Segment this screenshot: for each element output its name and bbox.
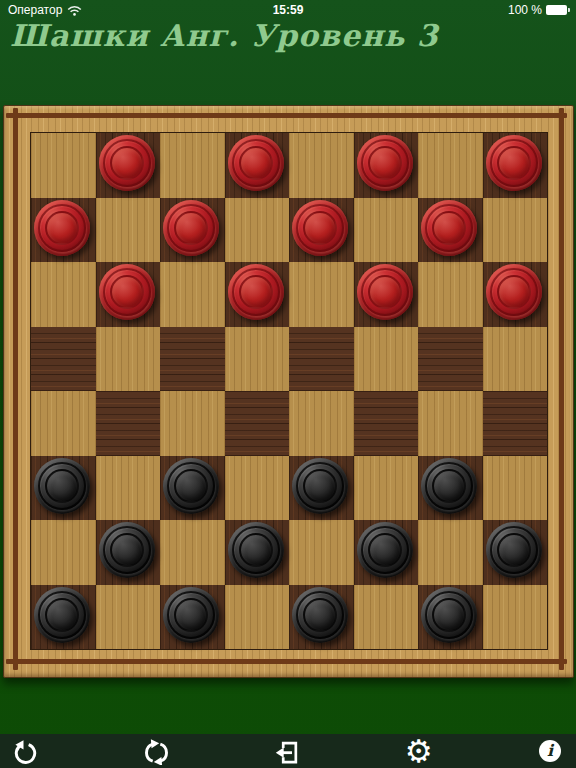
board-square[interactable] bbox=[31, 133, 96, 198]
board-square[interactable] bbox=[160, 133, 225, 198]
board-square[interactable] bbox=[160, 520, 225, 585]
board-square[interactable] bbox=[96, 391, 161, 456]
board-square[interactable] bbox=[96, 520, 161, 585]
board-square[interactable] bbox=[483, 262, 548, 327]
board-square[interactable] bbox=[418, 456, 483, 521]
board-square[interactable] bbox=[483, 133, 548, 198]
checker-black[interactable] bbox=[292, 587, 348, 643]
checker-black[interactable] bbox=[228, 522, 284, 578]
board-square[interactable] bbox=[289, 133, 354, 198]
board-square[interactable] bbox=[354, 520, 419, 585]
board-square[interactable] bbox=[31, 391, 96, 456]
checker-red[interactable] bbox=[357, 135, 413, 191]
checker-black[interactable] bbox=[163, 458, 219, 514]
board-square[interactable] bbox=[31, 327, 96, 392]
board-square[interactable] bbox=[225, 456, 290, 521]
board-square[interactable] bbox=[289, 327, 354, 392]
board-square[interactable] bbox=[354, 262, 419, 327]
board-square[interactable] bbox=[160, 198, 225, 263]
board-square[interactable] bbox=[225, 262, 290, 327]
board-square[interactable] bbox=[418, 198, 483, 263]
board-square[interactable] bbox=[31, 585, 96, 650]
undo-icon bbox=[12, 738, 39, 765]
board-square[interactable] bbox=[289, 198, 354, 263]
exit-button[interactable] bbox=[268, 734, 308, 768]
board-square[interactable] bbox=[96, 585, 161, 650]
undo-button[interactable] bbox=[5, 734, 45, 768]
board-square[interactable] bbox=[31, 262, 96, 327]
board-square[interactable] bbox=[354, 198, 419, 263]
board-square[interactable] bbox=[225, 585, 290, 650]
checker-red[interactable] bbox=[34, 200, 90, 256]
page-title: Шашки Анг. Уровень 3 bbox=[10, 18, 572, 53]
frame-pinstripe-left bbox=[13, 108, 18, 670]
board-square[interactable] bbox=[354, 327, 419, 392]
frame-pinstripe-top bbox=[6, 113, 567, 118]
checker-red[interactable] bbox=[99, 264, 155, 320]
board-square[interactable] bbox=[96, 198, 161, 263]
board-square[interactable] bbox=[225, 391, 290, 456]
restart-button[interactable] bbox=[136, 734, 176, 768]
frame-pinstripe-bottom bbox=[6, 659, 567, 664]
board-square[interactable] bbox=[354, 391, 419, 456]
checker-black[interactable] bbox=[99, 522, 155, 578]
board-square[interactable] bbox=[289, 520, 354, 585]
board-square[interactable] bbox=[418, 391, 483, 456]
checker-black[interactable] bbox=[421, 587, 477, 643]
board-square[interactable] bbox=[354, 456, 419, 521]
board-square[interactable] bbox=[483, 456, 548, 521]
board-square[interactable] bbox=[160, 456, 225, 521]
board-square[interactable] bbox=[96, 133, 161, 198]
board-square[interactable] bbox=[289, 585, 354, 650]
board-square[interactable] bbox=[225, 133, 290, 198]
board-square[interactable] bbox=[225, 327, 290, 392]
checker-black[interactable] bbox=[486, 522, 542, 578]
board-grid bbox=[30, 132, 548, 650]
board-square[interactable] bbox=[96, 262, 161, 327]
restart-icon bbox=[143, 738, 170, 765]
exit-icon bbox=[274, 738, 301, 765]
board-square[interactable] bbox=[225, 520, 290, 585]
checker-black[interactable] bbox=[34, 587, 90, 643]
board-square[interactable] bbox=[31, 520, 96, 585]
board-square[interactable] bbox=[160, 327, 225, 392]
board-square[interactable] bbox=[354, 133, 419, 198]
board-square[interactable] bbox=[289, 391, 354, 456]
checker-red[interactable] bbox=[228, 135, 284, 191]
checker-black[interactable] bbox=[34, 458, 90, 514]
checker-black[interactable] bbox=[421, 458, 477, 514]
checker-red[interactable] bbox=[163, 200, 219, 256]
board-square[interactable] bbox=[289, 262, 354, 327]
checker-red[interactable] bbox=[421, 200, 477, 256]
checker-black[interactable] bbox=[292, 458, 348, 514]
board-square[interactable] bbox=[160, 391, 225, 456]
checker-black[interactable] bbox=[357, 522, 413, 578]
checkers-board bbox=[3, 105, 574, 678]
board-square[interactable] bbox=[354, 585, 419, 650]
board-square[interactable] bbox=[483, 391, 548, 456]
board-square[interactable] bbox=[160, 262, 225, 327]
board-square[interactable] bbox=[483, 585, 548, 650]
board-square[interactable] bbox=[225, 198, 290, 263]
battery-icon bbox=[546, 5, 570, 15]
board-square[interactable] bbox=[31, 456, 96, 521]
settings-button[interactable]: ⚙ bbox=[399, 734, 439, 768]
checker-black[interactable] bbox=[163, 587, 219, 643]
board-square[interactable] bbox=[483, 327, 548, 392]
board-square[interactable] bbox=[483, 198, 548, 263]
frame-pinstripe-right bbox=[559, 108, 564, 670]
checker-red[interactable] bbox=[292, 200, 348, 256]
checker-red[interactable] bbox=[99, 135, 155, 191]
board-square[interactable] bbox=[418, 262, 483, 327]
checker-red[interactable] bbox=[357, 264, 413, 320]
board-square[interactable] bbox=[418, 520, 483, 585]
battery-percent-label: 100 % bbox=[508, 3, 542, 17]
info-button[interactable]: i bbox=[530, 734, 570, 768]
board-square[interactable] bbox=[483, 520, 548, 585]
checkers-app-screen: Оператор 15:59 100 % Шашки Анг. Уровень … bbox=[0, 0, 576, 768]
gear-icon: ⚙ bbox=[405, 734, 433, 768]
board-square[interactable] bbox=[418, 133, 483, 198]
clock: 15:59 bbox=[0, 3, 576, 17]
board-square[interactable] bbox=[96, 327, 161, 392]
board-square[interactable] bbox=[96, 456, 161, 521]
board-square[interactable] bbox=[160, 585, 225, 650]
info-icon: i bbox=[539, 740, 561, 762]
board-square[interactable] bbox=[418, 585, 483, 650]
board-square[interactable] bbox=[31, 198, 96, 263]
checker-red[interactable] bbox=[486, 264, 542, 320]
status-bar: Оператор 15:59 100 % bbox=[0, 0, 576, 20]
board-square[interactable] bbox=[418, 327, 483, 392]
checker-red[interactable] bbox=[228, 264, 284, 320]
board-square[interactable] bbox=[289, 456, 354, 521]
checker-red[interactable] bbox=[486, 135, 542, 191]
bottom-toolbar: ⚙ i bbox=[0, 734, 576, 768]
